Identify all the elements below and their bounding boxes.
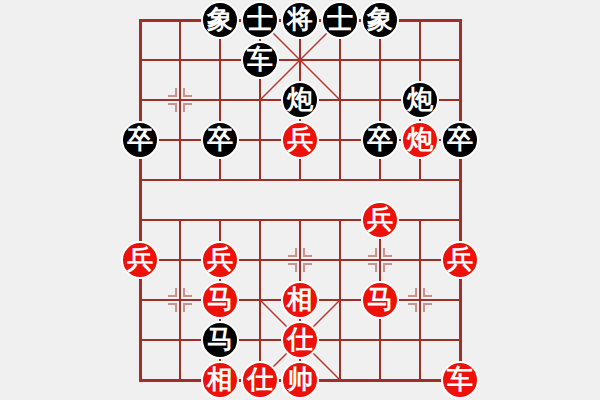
piece-red-soldier[interactable]: 兵: [121, 241, 159, 279]
piece-black-soldier[interactable]: 卒: [121, 121, 159, 159]
piece-red-soldier[interactable]: 兵: [361, 201, 399, 239]
piece-red-soldier[interactable]: 兵: [441, 241, 479, 279]
piece-black-elephant[interactable]: 象: [361, 1, 399, 39]
piece-red-soldier[interactable]: 兵: [201, 241, 239, 279]
piece-red-advisor[interactable]: 仕: [281, 321, 319, 359]
piece-red-soldier[interactable]: 兵: [281, 121, 319, 159]
piece-black-cannon[interactable]: 炮: [281, 81, 319, 119]
board-grid[interactable]: 象士将士象车炮炮卒卒兵卒炮卒兵兵兵兵马相马马仕相仕帅车: [120, 0, 480, 400]
piece-red-advisor[interactable]: 仕: [241, 361, 279, 399]
piece-black-general[interactable]: 将: [281, 1, 319, 39]
piece-black-advisor[interactable]: 士: [321, 1, 359, 39]
piece-red-horse[interactable]: 马: [361, 281, 399, 319]
piece-black-elephant[interactable]: 象: [201, 1, 239, 39]
piece-black-advisor[interactable]: 士: [241, 1, 279, 39]
piece-red-elephant[interactable]: 相: [281, 281, 319, 319]
piece-red-elephant[interactable]: 相: [201, 361, 239, 399]
piece-red-general[interactable]: 帅: [281, 361, 319, 399]
piece-black-chariot[interactable]: 车: [241, 41, 279, 79]
piece-black-soldier[interactable]: 卒: [361, 121, 399, 159]
piece-red-cannon[interactable]: 炮: [401, 121, 439, 159]
piece-red-horse[interactable]: 马: [201, 281, 239, 319]
piece-black-soldier[interactable]: 卒: [441, 121, 479, 159]
piece-black-horse[interactable]: 马: [201, 321, 239, 359]
piece-black-soldier[interactable]: 卒: [201, 121, 239, 159]
piece-red-chariot[interactable]: 车: [441, 361, 479, 399]
xiangqi-diagram: 象士将士象车炮炮卒卒兵卒炮卒兵兵兵兵马相马马仕相仕帅车: [0, 0, 600, 400]
piece-black-cannon[interactable]: 炮: [401, 81, 439, 119]
